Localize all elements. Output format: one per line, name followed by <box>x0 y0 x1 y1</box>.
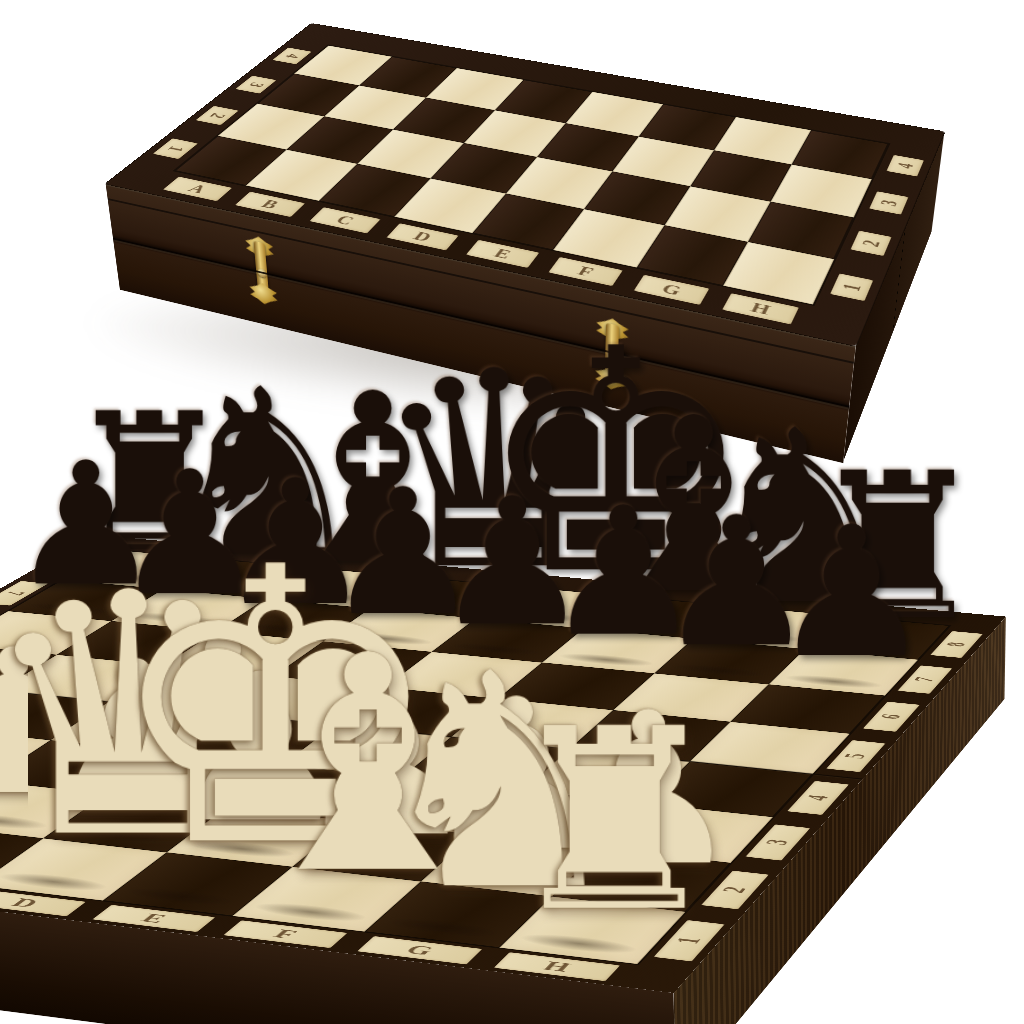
open-chess-board: ABCDEFGH1122334455667788 ♜♞♝♛♚♝♞♜♟♟♟♟♟♟♟… <box>0 535 1006 993</box>
open-board-scene: ABCDEFGH1122334455667788 ♜♞♝♛♚♝♞♜♟♟♟♟♟♟♟… <box>0 0 1024 1024</box>
page-background: { "game": "chess", "scene": { "type": "p… <box>0 0 1024 1024</box>
board-coordinate-labels: ABCDEFGH1122334455667788 <box>0 535 1006 993</box>
